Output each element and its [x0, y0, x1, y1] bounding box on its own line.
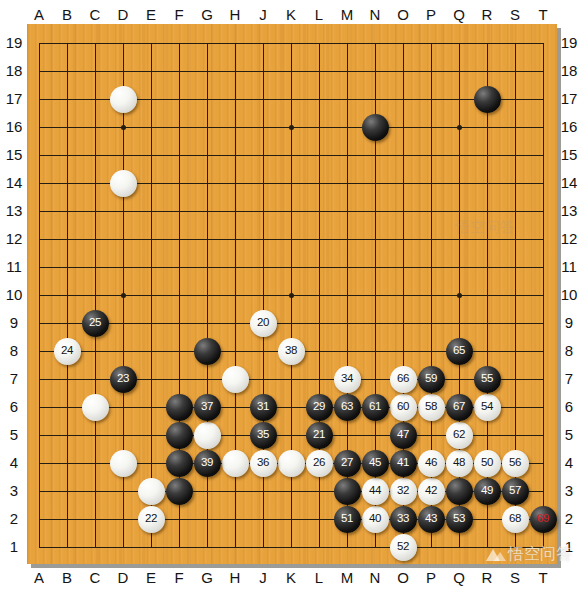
coord-label-13: 13: [557, 197, 581, 225]
move-number: 59: [425, 373, 437, 385]
stone-D14: [110, 170, 137, 197]
coord-label-K: K: [277, 6, 305, 23]
coord-label-F: F: [165, 6, 193, 23]
coord-label-O: O: [389, 6, 417, 23]
move-number: 65: [453, 345, 465, 357]
stone-G8: [194, 338, 221, 365]
stone-L6-move-29: 29: [306, 394, 333, 421]
stone-N6-move-61: 61: [362, 394, 389, 421]
stone-D4: [110, 450, 137, 477]
move-number: 40: [369, 513, 381, 525]
stone-C6: [82, 394, 109, 421]
coord-label-R: R: [473, 6, 501, 23]
coord-label-A: A: [25, 6, 53, 23]
move-number: 49: [481, 485, 493, 497]
stone-J9-move-20: 20: [250, 310, 277, 337]
coord-label-17: 17: [557, 85, 581, 113]
stone-E2-move-22: 22: [138, 506, 165, 533]
star-point-Q10: [457, 293, 462, 298]
coord-label-C: C: [81, 6, 109, 23]
stone-O7-move-66: 66: [390, 366, 417, 393]
coord-label-S: S: [501, 569, 529, 586]
stone-L5-move-21: 21: [306, 422, 333, 449]
move-number: 66: [397, 373, 409, 385]
stone-O1-move-52: 52: [390, 534, 417, 561]
stone-M7-move-34: 34: [334, 366, 361, 393]
coord-label-Q: Q: [445, 6, 473, 23]
move-number: 25: [89, 317, 101, 329]
star-point-K10: [289, 293, 294, 298]
row-labels-right: 19181716151413121110987654321: [557, 29, 581, 561]
move-number: 56: [509, 457, 521, 469]
stone-Q4-move-48: 48: [446, 450, 473, 477]
move-number: 52: [397, 541, 409, 553]
stone-O4-move-41: 41: [390, 450, 417, 477]
coord-label-Q: Q: [445, 569, 473, 586]
stone-F6: [166, 394, 193, 421]
move-number: 68: [509, 513, 521, 525]
stone-C9-move-25: 25: [82, 310, 109, 337]
move-number: 24: [61, 345, 73, 357]
stone-N4-move-45: 45: [362, 450, 389, 477]
move-number: 36: [257, 457, 269, 469]
stone-G5: [194, 422, 221, 449]
stone-R7-move-55: 55: [474, 366, 501, 393]
coord-label-E: E: [137, 6, 165, 23]
coord-label-17: 17: [2, 85, 26, 113]
coord-label-C: C: [81, 569, 109, 586]
coord-label-E: E: [137, 569, 165, 586]
coord-label-12: 12: [557, 225, 581, 253]
coord-label-19: 19: [557, 29, 581, 57]
stone-R6-move-54: 54: [474, 394, 501, 421]
coord-label-8: 8: [2, 337, 26, 365]
coord-label-18: 18: [2, 57, 26, 85]
coord-label-D: D: [109, 6, 137, 23]
stone-N2-move-40: 40: [362, 506, 389, 533]
coord-label-6: 6: [2, 393, 26, 421]
coord-label-1: 1: [2, 533, 26, 561]
stone-P6-move-58: 58: [418, 394, 445, 421]
stone-P4-move-46: 46: [418, 450, 445, 477]
move-number: 62: [453, 429, 465, 441]
move-number: 41: [397, 457, 409, 469]
coord-label-J: J: [249, 569, 277, 586]
move-number: 23: [117, 373, 129, 385]
row-labels-left: 19181716151413121110987654321: [2, 29, 26, 561]
coord-label-14: 14: [2, 169, 26, 197]
star-point-K16: [289, 125, 294, 130]
coord-label-5: 5: [557, 421, 581, 449]
coord-label-2: 2: [2, 505, 26, 533]
coord-label-G: G: [193, 6, 221, 23]
coord-label-S: S: [501, 6, 529, 23]
coord-label-M: M: [333, 569, 361, 586]
star-point-D16: [121, 125, 126, 130]
stone-G4-move-39: 39: [194, 450, 221, 477]
move-number: 60: [397, 401, 409, 413]
coord-label-14: 14: [557, 169, 581, 197]
go-board: 2021222324252627293132333435363738394041…: [27, 24, 557, 564]
move-number: 53: [453, 513, 465, 525]
stone-S3-move-57: 57: [502, 478, 529, 505]
stone-Q5-move-62: 62: [446, 422, 473, 449]
stone-M6-move-63: 63: [334, 394, 361, 421]
move-number: 27: [341, 457, 353, 469]
move-number: 29: [313, 401, 325, 413]
stone-L4-move-26: 26: [306, 450, 333, 477]
move-number: 57: [509, 485, 521, 497]
move-number: 38: [285, 345, 297, 357]
move-number: 39: [201, 457, 213, 469]
move-number: 21: [313, 429, 325, 441]
coord-label-16: 16: [557, 113, 581, 141]
move-number: 67: [453, 401, 465, 413]
stone-R4-move-50: 50: [474, 450, 501, 477]
move-number: 32: [397, 485, 409, 497]
stone-P2-move-43: 43: [418, 506, 445, 533]
coord-label-19: 19: [2, 29, 26, 57]
move-number: 33: [397, 513, 409, 525]
coord-label-H: H: [221, 569, 249, 586]
coord-label-R: R: [473, 569, 501, 586]
coord-label-10: 10: [2, 281, 26, 309]
mountain-logo-icon: [486, 547, 506, 561]
move-number: 46: [425, 457, 437, 469]
coord-label-15: 15: [2, 141, 26, 169]
coord-label-6: 6: [557, 393, 581, 421]
coord-label-P: P: [417, 6, 445, 23]
coord-label-L: L: [305, 6, 333, 23]
coord-label-P: P: [417, 569, 445, 586]
move-number: 20: [257, 317, 269, 329]
stone-J4-move-36: 36: [250, 450, 277, 477]
move-number: 55: [481, 373, 493, 385]
stone-P7-move-59: 59: [418, 366, 445, 393]
stone-R3-move-49: 49: [474, 478, 501, 505]
watermark-text: 悟空问答: [508, 544, 572, 565]
move-number: 35: [257, 429, 269, 441]
stone-H4: [222, 450, 249, 477]
stone-D7-move-23: 23: [110, 366, 137, 393]
coord-label-K: K: [277, 569, 305, 586]
star-point-Q16: [457, 125, 462, 130]
stone-O2-move-33: 33: [390, 506, 417, 533]
stone-N3-move-44: 44: [362, 478, 389, 505]
coord-label-A: A: [25, 569, 53, 586]
coord-label-9: 9: [557, 309, 581, 337]
coord-label-N: N: [361, 569, 389, 586]
move-number: 50: [481, 457, 493, 469]
stone-K8-move-38: 38: [278, 338, 305, 365]
coord-label-M: M: [333, 6, 361, 23]
stone-J6-move-31: 31: [250, 394, 277, 421]
coord-label-F: F: [165, 569, 193, 586]
coord-label-13: 13: [2, 197, 26, 225]
move-number: 48: [453, 457, 465, 469]
coord-label-7: 7: [557, 365, 581, 393]
coord-label-D: D: [109, 569, 137, 586]
column-labels-top: ABCDEFGHJKLMNOPQRST: [25, 6, 557, 23]
coord-label-3: 3: [2, 477, 26, 505]
stone-O3-move-32: 32: [390, 478, 417, 505]
stone-Q2-move-53: 53: [446, 506, 473, 533]
move-number: 37: [201, 401, 213, 413]
stone-Q6-move-67: 67: [446, 394, 473, 421]
coord-label-5: 5: [2, 421, 26, 449]
move-number: 63: [341, 401, 353, 413]
stone-F5: [166, 422, 193, 449]
stone-R17: [474, 86, 501, 113]
go-diagram-page: ABCDEFGHJKLMNOPQRST 19181716151413121110…: [0, 0, 583, 590]
coord-label-B: B: [53, 569, 81, 586]
coord-label-4: 4: [2, 449, 26, 477]
stone-F3: [166, 478, 193, 505]
move-number: 61: [369, 401, 381, 413]
column-labels-bottom: ABCDEFGHJKLMNOPQRST: [25, 569, 557, 586]
move-number: 22: [145, 513, 157, 525]
stone-D17: [110, 86, 137, 113]
coord-label-T: T: [529, 6, 557, 23]
stone-M2-move-51: 51: [334, 506, 361, 533]
coord-label-H: H: [221, 6, 249, 23]
stone-O5-move-47: 47: [390, 422, 417, 449]
coord-label-11: 11: [557, 253, 581, 281]
stone-O6-move-60: 60: [390, 394, 417, 421]
stone-M4-move-27: 27: [334, 450, 361, 477]
move-number: 34: [341, 373, 353, 385]
stone-G6-move-37: 37: [194, 394, 221, 421]
coord-label-11: 11: [2, 253, 26, 281]
stone-E3: [138, 478, 165, 505]
faint-watermark: 悟空问答: [455, 218, 515, 237]
site-watermark: 悟空问答: [486, 540, 582, 568]
stone-N16: [362, 114, 389, 141]
coord-label-12: 12: [2, 225, 26, 253]
stone-J5-move-35: 35: [250, 422, 277, 449]
coord-label-8: 8: [557, 337, 581, 365]
stone-P3-move-42: 42: [418, 478, 445, 505]
coord-label-10: 10: [557, 281, 581, 309]
coord-label-G: G: [193, 569, 221, 586]
coord-label-15: 15: [557, 141, 581, 169]
move-number: 31: [257, 401, 269, 413]
stone-M3: [334, 478, 361, 505]
coord-label-18: 18: [557, 57, 581, 85]
stone-T2-move-69: 69: [530, 506, 557, 533]
stone-S2-move-68: 68: [502, 506, 529, 533]
coord-label-N: N: [361, 6, 389, 23]
coord-label-L: L: [305, 569, 333, 586]
move-number: 69: [537, 513, 549, 525]
stone-K4: [278, 450, 305, 477]
coord-label-B: B: [53, 6, 81, 23]
coord-label-2: 2: [557, 505, 581, 533]
move-number: 47: [397, 429, 409, 441]
move-number: 42: [425, 485, 437, 497]
move-number: 54: [481, 401, 493, 413]
coord-label-4: 4: [557, 449, 581, 477]
stone-B8-move-24: 24: [54, 338, 81, 365]
coord-label-16: 16: [2, 113, 26, 141]
stone-S4-move-56: 56: [502, 450, 529, 477]
move-number: 44: [369, 485, 381, 497]
stone-H7: [222, 366, 249, 393]
stone-Q3: [446, 478, 473, 505]
coord-label-9: 9: [2, 309, 26, 337]
coord-label-7: 7: [2, 365, 26, 393]
stone-Q8-move-65: 65: [446, 338, 473, 365]
move-number: 58: [425, 401, 437, 413]
move-number: 51: [341, 513, 353, 525]
star-point-D10: [121, 293, 126, 298]
coord-label-O: O: [389, 569, 417, 586]
coord-label-J: J: [249, 6, 277, 23]
move-number: 26: [313, 457, 325, 469]
coord-label-T: T: [529, 569, 557, 586]
coord-label-3: 3: [557, 477, 581, 505]
move-number: 43: [425, 513, 437, 525]
move-number: 45: [369, 457, 381, 469]
stone-F4: [166, 450, 193, 477]
